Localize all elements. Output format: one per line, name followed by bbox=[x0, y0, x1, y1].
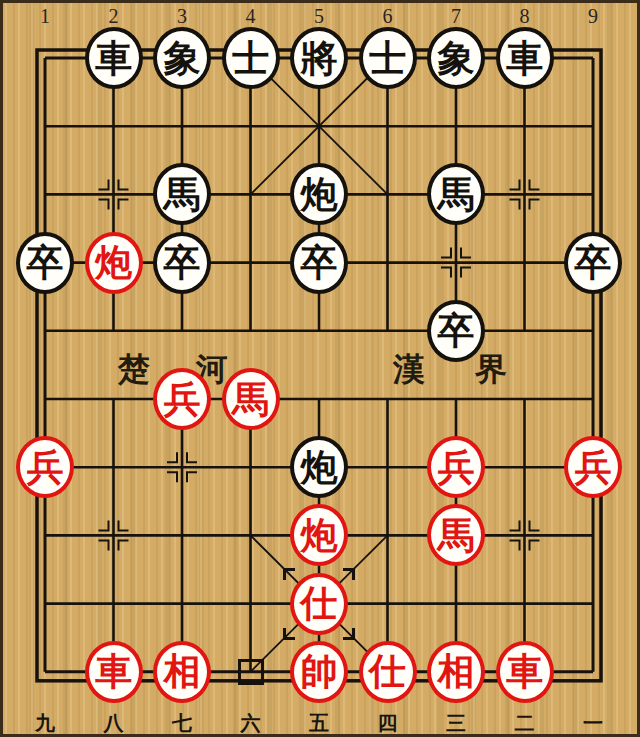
piece-black-advisor[interactable]: 士 bbox=[359, 27, 417, 89]
piece-black-elephant[interactable]: 象 bbox=[427, 27, 485, 89]
file-label-top-1: 1 bbox=[33, 5, 57, 28]
piece-red-chariot[interactable]: 車 bbox=[85, 641, 143, 703]
piece-red-soldier[interactable]: 兵 bbox=[427, 436, 485, 498]
piece-black-horse[interactable]: 馬 bbox=[153, 163, 211, 225]
move-arrow-nw-icon bbox=[283, 568, 295, 580]
piece-black-chariot[interactable]: 車 bbox=[85, 27, 143, 89]
file-label-top-5: 5 bbox=[307, 5, 331, 28]
piece-black-elephant[interactable]: 象 bbox=[153, 27, 211, 89]
move-arrow-ne-icon bbox=[343, 568, 355, 580]
file-label-bottom-4: 六 bbox=[238, 710, 264, 737]
piece-red-cannon[interactable]: 炮 bbox=[85, 232, 143, 294]
piece-black-soldier[interactable]: 卒 bbox=[153, 232, 211, 294]
piece-red-advisor[interactable]: 仕 bbox=[290, 573, 348, 635]
piece-red-horse[interactable]: 馬 bbox=[222, 368, 280, 430]
file-label-bottom-1: 九 bbox=[32, 710, 58, 737]
piece-red-elephant[interactable]: 相 bbox=[427, 641, 485, 703]
river-text: 界 bbox=[469, 348, 513, 392]
move-arrow-sw-icon bbox=[283, 628, 295, 640]
file-label-top-6: 6 bbox=[376, 5, 400, 28]
piece-black-cannon[interactable]: 炮 bbox=[290, 436, 348, 498]
file-label-top-7: 7 bbox=[444, 5, 468, 28]
file-label-top-8: 8 bbox=[513, 5, 537, 28]
piece-red-elephant[interactable]: 相 bbox=[153, 641, 211, 703]
piece-red-chariot[interactable]: 車 bbox=[496, 641, 554, 703]
file-label-top-3: 3 bbox=[170, 5, 194, 28]
move-arrow-se-icon bbox=[343, 628, 355, 640]
file-label-bottom-3: 七 bbox=[169, 710, 195, 737]
piece-red-horse[interactable]: 馬 bbox=[427, 504, 485, 566]
piece-black-soldier[interactable]: 卒 bbox=[564, 232, 622, 294]
file-label-top-2: 2 bbox=[102, 5, 126, 28]
piece-red-general[interactable]: 帥 bbox=[290, 641, 348, 703]
file-label-bottom-6: 四 bbox=[375, 710, 401, 737]
river-text: 漢 bbox=[387, 348, 431, 392]
file-label-bottom-5: 五 bbox=[306, 710, 332, 737]
piece-black-horse[interactable]: 馬 bbox=[427, 163, 485, 225]
file-label-top-4: 4 bbox=[239, 5, 263, 28]
xiangqi-board-screen: 123456789 楚河漢界 車象士將士象車馬炮馬卒炮卒卒卒卒兵馬兵炮兵兵炮馬仕… bbox=[0, 0, 640, 737]
piece-red-advisor[interactable]: 仕 bbox=[359, 641, 417, 703]
file-label-bottom-8: 二 bbox=[512, 710, 538, 737]
file-label-top-9: 9 bbox=[581, 5, 605, 28]
file-label-bottom-2: 八 bbox=[101, 710, 127, 737]
piece-red-cannon[interactable]: 炮 bbox=[290, 504, 348, 566]
piece-black-general[interactable]: 將 bbox=[290, 27, 348, 89]
piece-black-soldier[interactable]: 卒 bbox=[427, 300, 485, 362]
piece-red-soldier[interactable]: 兵 bbox=[153, 368, 211, 430]
river-text: 楚 bbox=[112, 348, 156, 392]
piece-black-chariot[interactable]: 車 bbox=[496, 27, 554, 89]
piece-black-cannon[interactable]: 炮 bbox=[290, 163, 348, 225]
piece-red-soldier[interactable]: 兵 bbox=[16, 436, 74, 498]
piece-black-soldier[interactable]: 卒 bbox=[16, 232, 74, 294]
piece-red-soldier[interactable]: 兵 bbox=[564, 436, 622, 498]
piece-black-advisor[interactable]: 士 bbox=[222, 27, 280, 89]
file-label-bottom-7: 三 bbox=[443, 710, 469, 737]
last-move-origin-marker bbox=[238, 659, 264, 685]
piece-black-soldier[interactable]: 卒 bbox=[290, 232, 348, 294]
file-label-bottom-9: 一 bbox=[580, 710, 606, 737]
